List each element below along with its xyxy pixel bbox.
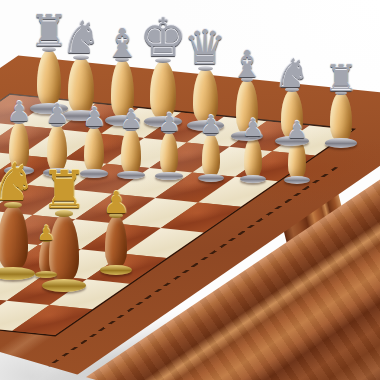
white-pawn-glyph: ♟ bbox=[45, 101, 69, 127]
white-bishop-glyph: ♝ bbox=[104, 24, 140, 62]
black-knight-glyph: ♞ bbox=[0, 158, 36, 207]
metal-base bbox=[100, 265, 132, 275]
black-pawn-glyph: ♟ bbox=[37, 224, 55, 243]
white-knight-glyph: ♞ bbox=[61, 17, 101, 60]
metal-base bbox=[42, 279, 87, 293]
turned-wood-body bbox=[105, 216, 127, 268]
metal-base bbox=[325, 138, 357, 148]
white-queen-glyph: ♛ bbox=[183, 25, 226, 71]
turned-wood-body bbox=[202, 134, 220, 176]
white-pawn-glyph: ♟ bbox=[286, 119, 307, 142]
turned-wood-body bbox=[244, 137, 262, 178]
turned-wood-body bbox=[330, 93, 351, 141]
chess-set-photo: ♜♞♝♚♛♝♞♜♟♟♟♟♟♟♟♟♟♞♜♟ bbox=[0, 0, 380, 380]
white-king-glyph: ♚ bbox=[139, 13, 187, 63]
piece-white-pawn[interactable]: ♟ bbox=[257, 119, 337, 184]
black-pawn-glyph: ♟ bbox=[102, 189, 129, 218]
white-rook-glyph: ♜ bbox=[324, 61, 357, 96]
metal-base bbox=[198, 174, 225, 182]
white-pawn-glyph: ♟ bbox=[119, 107, 142, 132]
white-pawn-glyph: ♟ bbox=[82, 104, 106, 129]
pieces-layer: ♜♞♝♚♛♝♞♜♟♟♟♟♟♟♟♟♟♞♜♟ bbox=[0, 0, 380, 380]
metal-base bbox=[284, 176, 310, 184]
black-rook-glyph: ♜ bbox=[41, 166, 88, 215]
metal-base bbox=[240, 175, 266, 183]
white-pawn-glyph: ♟ bbox=[158, 110, 181, 134]
metal-base bbox=[117, 171, 145, 180]
turned-wood-body bbox=[0, 206, 28, 270]
white-pawn-glyph: ♟ bbox=[242, 116, 264, 139]
white-bishop-glyph: ♝ bbox=[230, 47, 263, 82]
white-pawn-glyph: ♟ bbox=[7, 98, 32, 124]
white-pawn-glyph: ♟ bbox=[200, 113, 222, 137]
piece-black-pawn[interactable]: ♟ bbox=[76, 189, 156, 275]
turned-wood-body bbox=[121, 129, 140, 173]
white-knight-glyph: ♞ bbox=[274, 54, 310, 92]
